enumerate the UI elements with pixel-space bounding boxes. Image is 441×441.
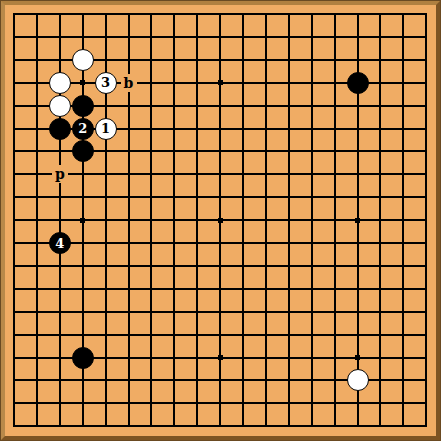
black-stone (72, 95, 94, 117)
white-stone (347, 369, 369, 391)
black-stone (72, 140, 94, 162)
grid-line-horizontal (13, 265, 427, 267)
white-stone-move-3: 3 (95, 72, 117, 94)
star-point (355, 218, 360, 223)
star-point (80, 218, 85, 223)
go-board: 3214bp (5, 5, 436, 436)
star-point (218, 218, 223, 223)
star-point (218, 80, 223, 85)
grid-line-horizontal (13, 402, 427, 404)
grid-line-vertical (379, 13, 381, 427)
grid-line-horizontal (13, 311, 427, 313)
grid-line-horizontal (13, 425, 427, 427)
white-stone (49, 95, 71, 117)
grid-line-vertical (425, 13, 427, 427)
star-point (355, 355, 360, 360)
point-label-p: p (52, 165, 68, 183)
grid-line-vertical (311, 13, 313, 427)
grid-line-horizontal (13, 288, 427, 290)
white-stone-move-1: 1 (95, 118, 117, 140)
black-stone-move-2: 2 (72, 118, 94, 140)
point-label-b: b (121, 74, 137, 92)
black-stone (347, 72, 369, 94)
grid-line-vertical (334, 13, 336, 427)
white-stone (49, 72, 71, 94)
star-point (218, 355, 223, 360)
grid-line-vertical (288, 13, 290, 427)
grid-line-horizontal (13, 242, 427, 244)
grid-line-horizontal (13, 334, 427, 336)
star-point (80, 80, 85, 85)
grid-line-vertical (265, 13, 267, 427)
black-stone (49, 118, 71, 140)
go-diagram: 3214bp (0, 0, 441, 441)
white-stone (72, 49, 94, 71)
grid-line-vertical (242, 13, 244, 427)
board-frame: 3214bp (1, 1, 440, 440)
black-stone-move-4: 4 (49, 232, 71, 254)
grid-line-vertical (402, 13, 404, 427)
black-stone (72, 347, 94, 369)
